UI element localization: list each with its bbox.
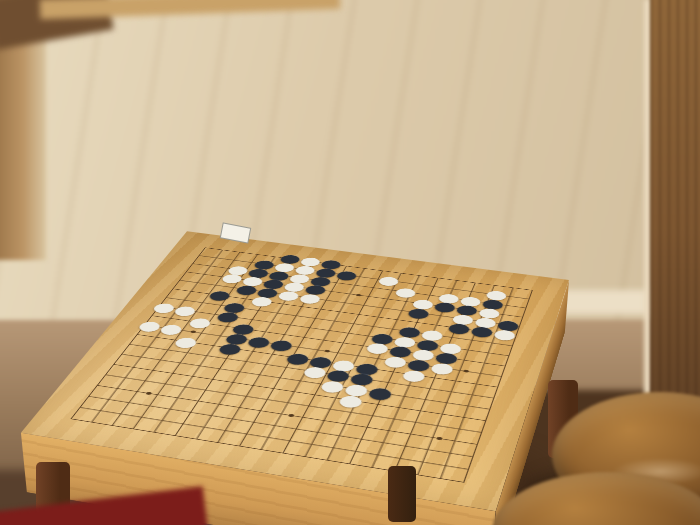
black-stone: ● xyxy=(350,377,374,380)
intersection xyxy=(361,397,391,412)
intersection xyxy=(287,435,318,451)
intersection xyxy=(88,379,119,393)
intersection: ● xyxy=(307,355,336,369)
white-stone: ● xyxy=(176,340,198,343)
intersection xyxy=(85,416,117,431)
intersection xyxy=(484,415,493,427)
intersection xyxy=(435,472,466,489)
intersection xyxy=(157,390,188,405)
intersection xyxy=(211,386,241,401)
intersection xyxy=(305,451,337,468)
intersection xyxy=(209,352,238,365)
intersection: ● xyxy=(405,358,433,372)
black-stone: ● xyxy=(369,391,393,395)
intersection xyxy=(472,378,500,392)
star-point xyxy=(463,370,469,373)
intersection xyxy=(108,420,140,436)
white-stone: ● xyxy=(431,366,455,369)
wood-pillar xyxy=(650,0,700,426)
intersection xyxy=(251,404,282,419)
star-point xyxy=(436,437,443,441)
intersection xyxy=(113,348,143,361)
intersection xyxy=(278,361,307,375)
intersection xyxy=(445,447,475,464)
intersection xyxy=(468,389,497,404)
intersection xyxy=(157,355,187,369)
intersection xyxy=(282,397,312,412)
white-stone: ● xyxy=(395,291,416,294)
intersection xyxy=(476,368,504,382)
intersection xyxy=(187,348,216,361)
white-stone: ● xyxy=(412,353,435,356)
intersection xyxy=(504,361,513,372)
black-stone: ● xyxy=(434,305,456,308)
intersection: ● xyxy=(334,269,360,280)
intersection xyxy=(509,362,518,373)
intersection xyxy=(371,375,400,389)
intersection xyxy=(494,405,503,417)
goban-3d-body: ●●●●●●●●●●●●●●●●●●●●●●●●●●●●●●●●●●●●●●●●… xyxy=(21,231,569,511)
black-stone: ● xyxy=(435,356,458,359)
intersection: ● xyxy=(364,341,392,354)
intersection xyxy=(241,379,271,393)
intersection xyxy=(414,455,445,472)
intersection xyxy=(104,359,134,373)
intersection xyxy=(459,411,488,426)
intersection xyxy=(100,358,113,369)
intersection xyxy=(374,423,404,439)
intersection xyxy=(125,397,156,412)
intersection xyxy=(448,375,476,389)
intersection xyxy=(262,431,293,447)
intersection xyxy=(117,408,149,423)
black-stone: ● xyxy=(407,363,430,366)
intersection xyxy=(165,416,197,431)
intersection xyxy=(132,424,164,440)
white-stone: ● xyxy=(222,277,243,280)
white-stone: ● xyxy=(403,373,427,376)
intersection: ● xyxy=(330,358,359,372)
intersection xyxy=(258,393,288,408)
intersection xyxy=(434,408,463,423)
intersection xyxy=(156,427,188,443)
intersection xyxy=(463,400,492,415)
star-point xyxy=(146,392,153,395)
intersection xyxy=(419,382,448,396)
intersection: ● xyxy=(348,372,377,386)
intersection: ● xyxy=(284,351,313,364)
intersection xyxy=(65,400,79,412)
intersection xyxy=(141,412,173,427)
intersection xyxy=(440,459,471,476)
intersection xyxy=(196,408,227,423)
intersection: ● xyxy=(492,328,518,341)
white-stone: ● xyxy=(379,279,400,282)
intersection xyxy=(390,389,419,404)
intersection xyxy=(79,390,111,405)
intersection xyxy=(181,431,213,447)
intersection xyxy=(312,439,343,455)
intersection xyxy=(255,358,284,372)
intersection xyxy=(498,393,507,405)
intersection xyxy=(488,404,497,416)
intersection xyxy=(70,401,102,416)
intersection xyxy=(368,435,399,451)
intersection xyxy=(195,372,225,386)
black-stone: ● xyxy=(327,373,350,376)
white-stone: ● xyxy=(161,327,183,330)
intersection xyxy=(343,431,374,447)
black-stone: ● xyxy=(210,294,231,297)
intersection xyxy=(409,404,438,419)
intersection xyxy=(149,365,179,379)
intersection xyxy=(480,358,507,372)
intersection xyxy=(61,412,93,427)
intersection xyxy=(248,368,278,382)
intersection xyxy=(142,376,173,390)
intersection xyxy=(349,419,379,435)
black-stone: ● xyxy=(448,327,471,330)
intersection xyxy=(455,423,485,439)
intersection xyxy=(429,419,459,435)
intersection: ● xyxy=(301,365,330,379)
intersection xyxy=(134,386,165,401)
black-stone: ● xyxy=(310,360,333,363)
intersection xyxy=(461,344,488,357)
intersection xyxy=(180,358,210,372)
intersection xyxy=(313,345,341,358)
intersection xyxy=(165,379,196,393)
intersection xyxy=(228,401,259,416)
intersection xyxy=(230,439,262,455)
intersection xyxy=(501,383,510,395)
intersection xyxy=(56,412,70,424)
intersection xyxy=(450,435,480,451)
black-stone: ● xyxy=(471,330,494,333)
white-stone: ● xyxy=(304,370,327,373)
intersection: ● xyxy=(336,393,366,408)
black-stone: ● xyxy=(408,311,430,314)
black-stone: ● xyxy=(218,315,239,318)
intersection xyxy=(399,427,429,443)
intersection xyxy=(336,348,364,361)
intersection xyxy=(237,427,269,443)
intersection xyxy=(280,447,312,464)
intersection xyxy=(91,368,104,379)
goban-leg xyxy=(388,466,416,522)
black-stone: ● xyxy=(237,288,258,291)
black-stone: ● xyxy=(248,340,270,343)
intersection xyxy=(462,476,472,490)
intersection xyxy=(189,420,221,436)
intersection xyxy=(355,408,385,423)
intersection xyxy=(452,364,480,378)
intersection xyxy=(102,394,134,409)
intersection xyxy=(492,393,501,405)
white-stone: ● xyxy=(345,388,369,392)
intersection xyxy=(330,404,360,419)
white-stone: ● xyxy=(154,306,175,309)
intersection xyxy=(385,400,415,415)
intersection xyxy=(359,351,387,364)
intersection xyxy=(485,427,495,440)
intersection xyxy=(232,355,261,369)
intersection xyxy=(394,439,425,455)
intersection xyxy=(490,416,499,428)
intersection xyxy=(172,369,202,383)
white-stone: ● xyxy=(190,321,212,324)
intersection xyxy=(205,435,237,451)
intersection: ● xyxy=(400,368,428,382)
intersection xyxy=(337,443,368,459)
intersection xyxy=(93,405,125,420)
black-stone: ● xyxy=(271,343,293,346)
intersection xyxy=(439,396,468,411)
white-stone: ● xyxy=(252,300,273,303)
intersection xyxy=(202,362,232,376)
intersection xyxy=(419,443,450,459)
intersection xyxy=(96,369,127,383)
intersection xyxy=(377,365,405,379)
intersection xyxy=(414,393,443,408)
intersection xyxy=(508,351,517,362)
white-stone: ● xyxy=(140,324,161,327)
intersection: ● xyxy=(406,307,432,319)
intersection: ● xyxy=(387,345,415,358)
star-point xyxy=(356,294,362,297)
intersection xyxy=(111,383,142,397)
intersection xyxy=(500,371,509,382)
black-stone: ● xyxy=(356,366,379,369)
intersection xyxy=(220,412,251,427)
intersection xyxy=(395,379,424,393)
intersection xyxy=(204,397,235,412)
intersection xyxy=(331,455,363,472)
intersection xyxy=(457,354,485,368)
intersection xyxy=(172,405,203,420)
photo-scene: ●●●●●●●●●●●●●●●●●●●●●●●●●●●●●●●●●●●●●●●●… xyxy=(0,0,700,525)
intersection xyxy=(380,412,410,427)
intersection: ● xyxy=(433,351,461,364)
intersection: ● xyxy=(353,361,382,375)
white-stone: ● xyxy=(384,360,407,363)
star-point xyxy=(288,414,295,418)
white-stone: ● xyxy=(339,399,363,403)
intersection xyxy=(255,443,287,459)
intersection xyxy=(481,439,491,452)
intersection xyxy=(295,375,324,389)
white-stone: ● xyxy=(333,363,356,366)
intersection xyxy=(467,463,477,477)
intersection xyxy=(119,372,150,386)
intersection xyxy=(471,451,481,464)
intersection xyxy=(477,452,487,465)
intersection xyxy=(480,427,490,440)
intersection xyxy=(180,393,211,408)
white-stone: ● xyxy=(366,346,389,349)
star-point xyxy=(190,331,196,334)
intersection xyxy=(363,447,394,464)
intersection: ● xyxy=(324,368,353,382)
intersection xyxy=(235,390,265,405)
intersection xyxy=(218,375,248,389)
intersection xyxy=(188,383,218,397)
black-stone: ● xyxy=(389,349,412,352)
intersection xyxy=(484,348,511,361)
intersection: ● xyxy=(366,386,395,401)
intersection xyxy=(468,477,478,491)
intersection xyxy=(83,379,96,390)
intersection xyxy=(261,348,290,361)
intersection xyxy=(424,371,452,385)
intersection xyxy=(300,412,331,427)
white-stone: ● xyxy=(279,294,300,297)
white-stone: ● xyxy=(175,309,196,312)
intersection xyxy=(149,401,180,416)
white-stone: ● xyxy=(494,333,517,336)
intersection xyxy=(476,439,486,452)
intersection xyxy=(293,423,324,439)
black-stone: ● xyxy=(287,356,310,359)
intersection xyxy=(496,382,505,394)
intersection xyxy=(324,415,354,430)
star-point xyxy=(324,350,330,353)
intersection: ● xyxy=(429,361,457,375)
intersection xyxy=(225,365,255,379)
intersection xyxy=(443,386,472,401)
goban: ●●●●●●●●●●●●●●●●●●●●●●●●●●●●●●●●●●●●●●●●… xyxy=(98,130,538,525)
intersection xyxy=(269,419,300,435)
intersection: ● xyxy=(342,382,371,396)
black-stone: ● xyxy=(337,274,358,277)
intersection: ● xyxy=(216,342,245,355)
intersection xyxy=(74,389,88,401)
intersection xyxy=(513,352,522,363)
intersection xyxy=(306,400,336,415)
intersection xyxy=(312,389,342,404)
intersection xyxy=(213,423,245,439)
intersection xyxy=(505,372,514,383)
intersection xyxy=(472,464,482,478)
white-stone: ● xyxy=(300,297,321,300)
intersection xyxy=(318,427,349,443)
black-stone: ● xyxy=(220,347,242,350)
intersection xyxy=(142,342,171,355)
intersection xyxy=(424,431,454,447)
intersection xyxy=(245,416,276,431)
white-stone: ● xyxy=(321,384,345,388)
intersection xyxy=(276,408,307,423)
intersection: ● xyxy=(410,348,438,361)
intersection xyxy=(265,382,295,396)
intersection xyxy=(404,415,434,430)
baseboard-strip xyxy=(556,290,656,314)
intersection xyxy=(271,372,300,386)
intersection xyxy=(127,362,157,376)
intersection xyxy=(135,352,165,365)
intersection: ● xyxy=(382,354,410,368)
intersection xyxy=(357,459,389,476)
intersection xyxy=(289,386,319,401)
intersection: ● xyxy=(318,379,347,393)
